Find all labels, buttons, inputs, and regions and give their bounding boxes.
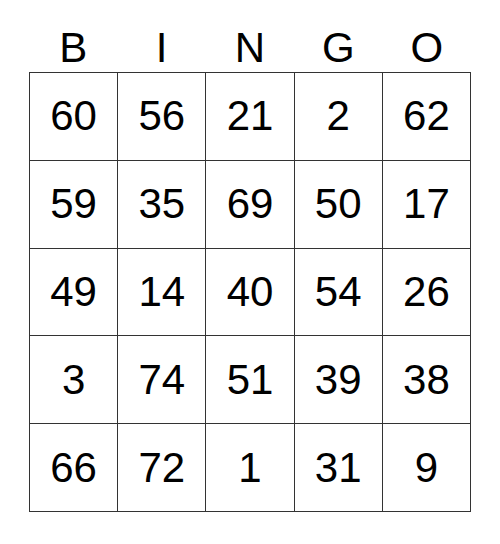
bingo-cell-r3c4[interactable]: 38 xyxy=(383,336,470,423)
header-letter-n: N xyxy=(206,27,294,72)
header-letter-o: O xyxy=(383,27,471,72)
header-letter-g: G xyxy=(294,27,382,72)
bingo-cell-r1c4[interactable]: 17 xyxy=(383,161,470,248)
bingo-cell-r0c2[interactable]: 21 xyxy=(206,73,293,160)
bingo-cell-r3c2[interactable]: 51 xyxy=(206,336,293,423)
bingo-cell-r4c4[interactable]: 9 xyxy=(383,424,470,511)
bingo-header: B I N G O xyxy=(29,0,471,72)
bingo-cell-r3c0[interactable]: 3 xyxy=(30,336,117,423)
bingo-cell-r1c2[interactable]: 69 xyxy=(206,161,293,248)
bingo-cell-r0c0[interactable]: 60 xyxy=(30,73,117,160)
bingo-cell-r3c3[interactable]: 39 xyxy=(295,336,382,423)
bingo-cell-r2c1[interactable]: 14 xyxy=(118,249,205,336)
bingo-cell-r4c0[interactable]: 66 xyxy=(30,424,117,511)
bingo-cell-r3c1[interactable]: 74 xyxy=(118,336,205,423)
header-letter-b: B xyxy=(29,27,117,72)
bingo-cell-r4c2[interactable]: 1 xyxy=(206,424,293,511)
bingo-cell-r0c3[interactable]: 2 xyxy=(295,73,382,160)
bingo-cell-r0c1[interactable]: 56 xyxy=(118,73,205,160)
bingo-cell-r1c1[interactable]: 35 xyxy=(118,161,205,248)
bingo-cell-r2c2[interactable]: 40 xyxy=(206,249,293,336)
bingo-cell-r4c3[interactable]: 31 xyxy=(295,424,382,511)
bingo-cell-r2c3[interactable]: 54 xyxy=(295,249,382,336)
bingo-cell-r1c0[interactable]: 59 xyxy=(30,161,117,248)
bingo-cell-r2c0[interactable]: 49 xyxy=(30,249,117,336)
bingo-cell-r2c4[interactable]: 26 xyxy=(383,249,470,336)
bingo-cell-r0c4[interactable]: 62 xyxy=(383,73,470,160)
bingo-cell-r4c1[interactable]: 72 xyxy=(118,424,205,511)
bingo-card: B I N G O 60 56 21 2 62 59 35 69 50 17 4… xyxy=(29,0,471,512)
bingo-cell-r1c3[interactable]: 50 xyxy=(295,161,382,248)
bingo-grid: 60 56 21 2 62 59 35 69 50 17 49 14 40 54… xyxy=(29,72,471,512)
header-letter-i: I xyxy=(117,27,205,72)
